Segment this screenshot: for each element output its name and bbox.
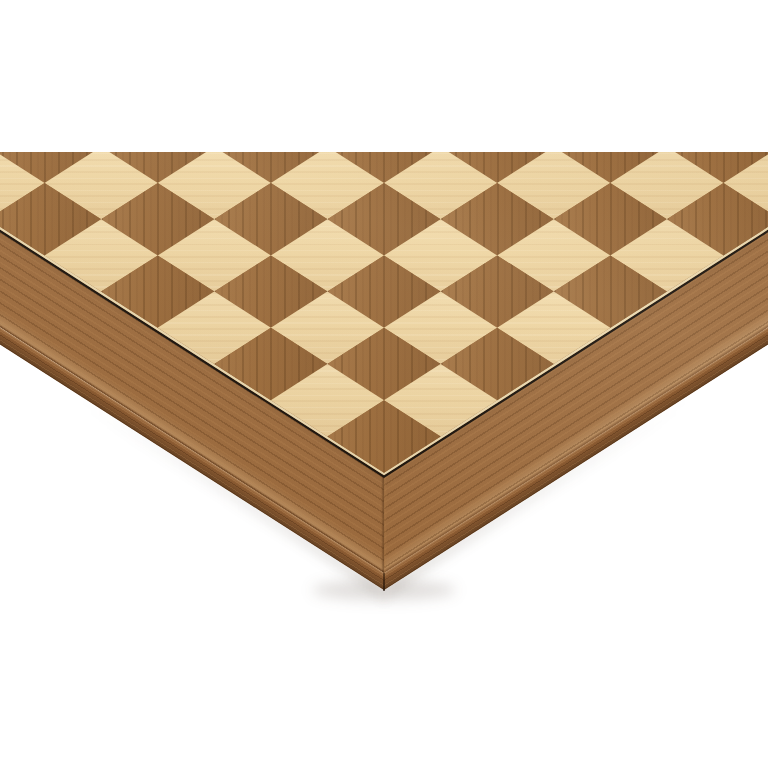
product-photo-canvas: { "game": { "name": "Chess", "item": "Wa… bbox=[0, 0, 768, 768]
chess-board bbox=[0, 152, 768, 573]
board-corner-edge-seam bbox=[383, 573, 385, 591]
photo-area bbox=[0, 152, 768, 768]
